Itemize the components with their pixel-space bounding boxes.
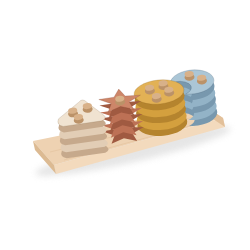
stack-circle — [133, 77, 189, 138]
stack-triangle — [56, 98, 109, 159]
wooden-stacker-toy-illustration — [0, 0, 250, 250]
product-photo — [0, 0, 250, 250]
